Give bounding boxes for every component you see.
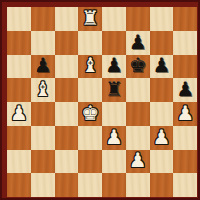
square-h3[interactable]	[173, 126, 197, 150]
square-b1[interactable]	[31, 173, 55, 197]
white-pawn: ♟	[105, 127, 123, 147]
square-a3[interactable]	[7, 126, 31, 150]
white-king: ♚	[81, 103, 99, 123]
white-pawn: ♟	[10, 103, 28, 123]
square-e4[interactable]	[102, 102, 126, 126]
square-b7[interactable]	[31, 31, 55, 55]
white-rook: ♜	[81, 8, 99, 28]
white-pawn: ♟	[176, 103, 194, 123]
square-f4[interactable]	[126, 102, 150, 126]
square-a6[interactable]	[7, 55, 31, 79]
square-c6[interactable]	[55, 55, 79, 79]
square-h6[interactable]	[173, 55, 197, 79]
square-h1[interactable]	[173, 173, 197, 197]
square-a1[interactable]	[7, 173, 31, 197]
square-g3[interactable]: ♟	[150, 126, 174, 150]
square-e7[interactable]	[102, 31, 126, 55]
square-f2[interactable]: ♟	[126, 150, 150, 174]
square-e5[interactable]: ♜	[102, 78, 126, 102]
square-a7[interactable]	[7, 31, 31, 55]
black-pawn: ♟	[105, 55, 123, 75]
square-g6[interactable]: ♟	[150, 55, 174, 79]
square-a4[interactable]: ♟	[7, 102, 31, 126]
chess-board: ♜♟♟♝♟♚♟♝♜♟♟♚♟♟♟♟	[7, 7, 197, 197]
chess-diagram: ♜♟♟♝♟♚♟♝♜♟♟♚♟♟♟♟	[0, 0, 200, 200]
square-c5[interactable]	[55, 78, 79, 102]
square-h5[interactable]: ♟	[173, 78, 197, 102]
square-d2[interactable]	[78, 150, 102, 174]
square-d1[interactable]	[78, 173, 102, 197]
square-b5[interactable]: ♝	[31, 78, 55, 102]
square-f5[interactable]	[126, 78, 150, 102]
square-e2[interactable]	[102, 150, 126, 174]
square-e8[interactable]	[102, 7, 126, 31]
square-d3[interactable]	[78, 126, 102, 150]
square-g4[interactable]	[150, 102, 174, 126]
square-h2[interactable]	[173, 150, 197, 174]
square-c4[interactable]	[55, 102, 79, 126]
square-c2[interactable]	[55, 150, 79, 174]
square-d7[interactable]	[78, 31, 102, 55]
square-c8[interactable]	[55, 7, 79, 31]
square-g2[interactable]	[150, 150, 174, 174]
square-d4[interactable]: ♚	[78, 102, 102, 126]
square-f1[interactable]	[126, 173, 150, 197]
board-border: ♜♟♟♝♟♚♟♝♜♟♟♚♟♟♟♟	[0, 0, 200, 200]
black-king: ♚	[129, 55, 147, 75]
square-b4[interactable]	[31, 102, 55, 126]
square-f8[interactable]	[126, 7, 150, 31]
square-g5[interactable]	[150, 78, 174, 102]
square-c3[interactable]	[55, 126, 79, 150]
square-f7[interactable]: ♟	[126, 31, 150, 55]
white-bishop: ♝	[34, 79, 52, 99]
black-pawn: ♟	[129, 32, 147, 52]
square-b3[interactable]	[31, 126, 55, 150]
square-d6[interactable]: ♝	[78, 55, 102, 79]
square-c1[interactable]	[55, 173, 79, 197]
square-g8[interactable]	[150, 7, 174, 31]
square-h8[interactable]	[173, 7, 197, 31]
square-e1[interactable]	[102, 173, 126, 197]
square-d5[interactable]	[78, 78, 102, 102]
black-rook: ♜	[105, 79, 123, 99]
black-pawn: ♟	[34, 55, 52, 75]
square-c7[interactable]	[55, 31, 79, 55]
square-h7[interactable]	[173, 31, 197, 55]
square-b8[interactable]	[31, 7, 55, 31]
square-b2[interactable]	[31, 150, 55, 174]
white-pawn: ♟	[152, 127, 170, 147]
square-e6[interactable]: ♟	[102, 55, 126, 79]
square-g1[interactable]	[150, 173, 174, 197]
square-b6[interactable]: ♟	[31, 55, 55, 79]
black-pawn: ♟	[152, 55, 170, 75]
square-d8[interactable]: ♜	[78, 7, 102, 31]
white-pawn: ♟	[129, 150, 147, 170]
square-e3[interactable]: ♟	[102, 126, 126, 150]
square-a2[interactable]	[7, 150, 31, 174]
square-a8[interactable]	[7, 7, 31, 31]
square-h4[interactable]: ♟	[173, 102, 197, 126]
square-g7[interactable]	[150, 31, 174, 55]
square-f6[interactable]: ♚	[126, 55, 150, 79]
white-bishop: ♝	[81, 55, 99, 75]
square-a5[interactable]	[7, 78, 31, 102]
square-f3[interactable]	[126, 126, 150, 150]
black-pawn: ♟	[176, 79, 194, 99]
